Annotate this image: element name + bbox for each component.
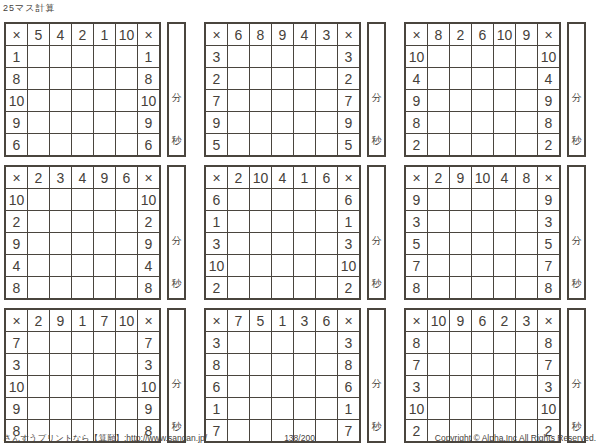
right-operand-cell: 7 (338, 90, 359, 111)
right-operand-cell: 2 (338, 277, 359, 298)
left-operand-cell: 1 (206, 211, 227, 232)
left-operand-cell: 3 (6, 354, 27, 375)
answer-cell (516, 354, 537, 375)
answer-cell (250, 112, 271, 133)
top-operand-cell: 5 (28, 24, 49, 45)
top-operand-cell: 9 (450, 310, 471, 331)
answer-cell (50, 354, 71, 375)
answer-cell (472, 189, 493, 210)
answer-cell (228, 211, 249, 232)
answer-cell (494, 332, 515, 353)
answer-cell (250, 211, 271, 232)
right-operand-cell: 3 (538, 211, 559, 232)
answer-cell (50, 46, 71, 67)
answer-cell (316, 134, 337, 155)
right-operand-cell: 2 (538, 134, 559, 155)
top-operand-cell: 2 (494, 310, 515, 331)
answer-cell (316, 68, 337, 89)
timer-box: 分秒 (367, 308, 386, 443)
answer-cell (294, 211, 315, 232)
drill-block-4: ×23496×101022994488分秒 (4, 165, 187, 300)
answer-cell (494, 277, 515, 298)
answer-cell (472, 398, 493, 419)
top-operand-cell: 2 (450, 24, 471, 45)
answer-cell (428, 112, 449, 133)
right-operand-cell: 2 (338, 68, 359, 89)
answer-cell (250, 255, 271, 276)
right-operand-cell: 9 (538, 90, 559, 111)
left-operand-cell: 9 (206, 112, 227, 133)
right-operand-cell: 4 (138, 255, 159, 276)
answer-cell (250, 277, 271, 298)
left-operand-cell: 9 (6, 233, 27, 254)
drill-block-1: ×542110×118810109966分秒 (4, 22, 187, 157)
answer-cell (94, 112, 115, 133)
multiply-sign-cell: × (6, 24, 27, 45)
minutes-label: 分 (372, 234, 382, 248)
answer-cell (428, 255, 449, 276)
right-operand-cell: 10 (338, 255, 359, 276)
right-operand-cell: 3 (338, 332, 359, 353)
answer-cell (294, 277, 315, 298)
answer-cell (494, 46, 515, 67)
answer-cell (116, 134, 137, 155)
answer-cell (94, 189, 115, 210)
answer-cell (450, 68, 471, 89)
answer-cell (316, 189, 337, 210)
left-operand-cell: 10 (6, 189, 27, 210)
multiply-sign-cell: × (206, 24, 227, 45)
answer-cell (272, 46, 293, 67)
answer-cell (472, 90, 493, 111)
answer-cell (516, 233, 537, 254)
right-operand-cell: 9 (138, 112, 159, 133)
left-operand-cell: 8 (406, 112, 427, 133)
answer-cell (72, 134, 93, 155)
answer-cell (516, 398, 537, 419)
answer-cell (50, 68, 71, 89)
answer-cell (428, 90, 449, 111)
answer-cell (272, 255, 293, 276)
top-operand-cell: 4 (494, 167, 515, 188)
timer-box: 分秒 (367, 22, 386, 157)
answer-cell (472, 354, 493, 375)
answer-cell (294, 398, 315, 419)
multiply-sign-cell: × (338, 24, 359, 45)
multiply-sign-cell: × (406, 167, 427, 188)
answer-cell (472, 68, 493, 89)
seconds-label: 秒 (372, 420, 382, 434)
right-operand-cell: 1 (338, 211, 359, 232)
multiplication-grid-5: ×210416×661133101022 (204, 165, 361, 300)
answer-cell (516, 112, 537, 133)
top-operand-cell: 4 (272, 167, 293, 188)
answer-cell (228, 277, 249, 298)
answer-cell (494, 68, 515, 89)
footer-copyright: Copyright © Alpha,Inc All Rights Reserve… (435, 433, 596, 443)
answer-cell (428, 277, 449, 298)
left-operand-cell: 5 (206, 134, 227, 155)
multiply-sign-cell: × (538, 24, 559, 45)
top-operand-cell: 10 (494, 24, 515, 45)
left-operand-cell: 8 (206, 354, 227, 375)
answer-cell (450, 90, 471, 111)
answer-cell (428, 46, 449, 67)
right-operand-cell: 8 (538, 332, 559, 353)
seconds-label: 秒 (572, 420, 582, 434)
answer-cell (228, 354, 249, 375)
right-operand-cell: 6 (338, 189, 359, 210)
answer-cell (272, 277, 293, 298)
answer-cell (116, 211, 137, 232)
left-operand-cell: 3 (406, 211, 427, 232)
right-operand-cell: 1 (138, 46, 159, 67)
left-operand-cell: 7 (6, 332, 27, 353)
answer-cell (50, 233, 71, 254)
answer-cell (294, 90, 315, 111)
left-operand-cell: 6 (206, 376, 227, 397)
answer-cell (316, 211, 337, 232)
answer-cell (72, 90, 93, 111)
top-operand-cell: 8 (250, 24, 271, 45)
answer-cell (272, 189, 293, 210)
answer-cell (272, 233, 293, 254)
top-operand-cell: 9 (94, 167, 115, 188)
answer-cell (116, 68, 137, 89)
answer-cell (294, 189, 315, 210)
top-operand-cell: 6 (472, 24, 493, 45)
left-operand-cell: 3 (206, 233, 227, 254)
top-operand-cell: 3 (316, 24, 337, 45)
answer-cell (450, 354, 471, 375)
answer-cell (272, 211, 293, 232)
left-operand-cell: 5 (406, 233, 427, 254)
answer-cell (472, 277, 493, 298)
top-operand-cell: 9 (272, 24, 293, 45)
answer-cell (94, 277, 115, 298)
answer-cell (28, 354, 49, 375)
answer-cell (494, 233, 515, 254)
answer-cell (72, 46, 93, 67)
top-operand-cell: 2 (428, 167, 449, 188)
right-operand-cell: 7 (538, 354, 559, 375)
multiply-sign-cell: × (406, 24, 427, 45)
answer-cell (516, 211, 537, 232)
left-operand-cell: 10 (6, 376, 27, 397)
top-operand-cell: 7 (228, 310, 249, 331)
answer-cell (228, 189, 249, 210)
right-operand-cell: 8 (538, 277, 559, 298)
left-operand-cell: 2 (406, 134, 427, 155)
answer-cell (428, 211, 449, 232)
footer: さんすうプリントなら【算願】:http://www.sangan.jp/ 138… (3, 433, 596, 445)
top-operand-cell: 6 (116, 167, 137, 188)
left-operand-cell: 4 (6, 255, 27, 276)
multiply-sign-cell: × (406, 310, 427, 331)
top-operand-cell: 6 (228, 24, 249, 45)
answer-cell (428, 189, 449, 210)
answer-cell (94, 376, 115, 397)
answer-cell (272, 90, 293, 111)
left-operand-cell: 6 (6, 134, 27, 155)
right-operand-cell: 3 (138, 354, 159, 375)
top-operand-cell: 2 (72, 24, 93, 45)
answer-cell (316, 354, 337, 375)
right-operand-cell: 9 (138, 233, 159, 254)
answer-cell (516, 277, 537, 298)
answer-cell (228, 332, 249, 353)
answer-cell (428, 354, 449, 375)
right-operand-cell: 4 (538, 68, 559, 89)
answer-cell (272, 376, 293, 397)
answer-cell (116, 46, 137, 67)
answer-cell (250, 376, 271, 397)
answer-cell (72, 68, 93, 89)
multiply-sign-cell: × (538, 167, 559, 188)
timer-box: 分秒 (567, 22, 586, 157)
multiply-sign-cell: × (206, 167, 227, 188)
right-operand-cell: 6 (138, 134, 159, 155)
top-operand-cell: 1 (294, 167, 315, 188)
answer-cell (472, 332, 493, 353)
answer-cell (516, 189, 537, 210)
answer-cell (50, 332, 71, 353)
left-operand-cell: 9 (406, 189, 427, 210)
multiplication-grid-9: ×109623×887733101022 (404, 308, 561, 443)
top-operand-cell: 8 (428, 24, 449, 45)
answer-cell (450, 112, 471, 133)
answer-cell (294, 332, 315, 353)
left-operand-cell: 2 (206, 277, 227, 298)
multiply-sign-cell: × (206, 310, 227, 331)
answer-cell (494, 189, 515, 210)
answer-cell (116, 112, 137, 133)
answer-cell (116, 398, 137, 419)
answer-cell (50, 189, 71, 210)
drill-block-3: ×826109×101044998822分秒 (404, 22, 587, 157)
multiplication-grid-7: ×291710×773310109988 (4, 308, 161, 443)
left-operand-cell: 9 (406, 90, 427, 111)
answer-cell (28, 233, 49, 254)
right-operand-cell: 5 (538, 233, 559, 254)
right-operand-cell: 3 (538, 376, 559, 397)
answer-cell (72, 277, 93, 298)
right-operand-cell: 8 (138, 277, 159, 298)
top-operand-cell: 2 (228, 167, 249, 188)
left-operand-cell: 1 (206, 398, 227, 419)
top-operand-cell: 9 (450, 167, 471, 188)
left-operand-cell: 6 (206, 189, 227, 210)
top-operand-cell: 6 (472, 310, 493, 331)
answer-cell (228, 134, 249, 155)
multiply-sign-cell: × (538, 310, 559, 331)
multiply-sign-cell: × (138, 167, 159, 188)
answer-cell (94, 398, 115, 419)
answer-cell (516, 255, 537, 276)
answer-cell (494, 255, 515, 276)
answer-cell (294, 68, 315, 89)
left-operand-cell: 10 (206, 255, 227, 276)
answer-cell (516, 134, 537, 155)
left-operand-cell: 3 (206, 46, 227, 67)
answer-cell (428, 233, 449, 254)
seconds-label: 秒 (172, 420, 182, 434)
right-operand-cell: 7 (538, 255, 559, 276)
timer-box: 分秒 (167, 308, 186, 443)
top-operand-cell: 10 (428, 310, 449, 331)
left-operand-cell: 2 (206, 68, 227, 89)
answer-cell (72, 332, 93, 353)
answer-cell (450, 332, 471, 353)
right-operand-cell: 8 (338, 354, 359, 375)
worksheet-grid-area: ×542110×118810109966分秒×68943×3322779955分… (4, 22, 587, 443)
timer-box: 分秒 (167, 165, 186, 300)
answer-cell (50, 255, 71, 276)
answer-cell (28, 211, 49, 232)
seconds-label: 秒 (572, 134, 582, 148)
left-operand-cell: 10 (406, 398, 427, 419)
answer-cell (250, 90, 271, 111)
answer-cell (428, 376, 449, 397)
answer-cell (72, 354, 93, 375)
footer-page-number: 138/200 (284, 433, 315, 443)
left-operand-cell: 3 (406, 376, 427, 397)
left-operand-cell: 10 (6, 90, 27, 111)
top-operand-cell: 6 (316, 310, 337, 331)
answer-cell (228, 233, 249, 254)
top-operand-cell: 2 (28, 167, 49, 188)
left-operand-cell: 2 (6, 211, 27, 232)
answer-cell (228, 398, 249, 419)
minutes-label: 分 (572, 91, 582, 105)
answer-cell (250, 354, 271, 375)
answer-cell (116, 354, 137, 375)
top-operand-cell: 1 (94, 24, 115, 45)
answer-cell (516, 90, 537, 111)
multiplication-grid-3: ×826109×101044998822 (404, 22, 561, 157)
answer-cell (472, 255, 493, 276)
drill-block-6: ×291048×9933557788分秒 (404, 165, 587, 300)
right-operand-cell: 10 (538, 398, 559, 419)
right-operand-cell: 8 (138, 68, 159, 89)
right-operand-cell: 3 (338, 46, 359, 67)
top-operand-cell: 4 (72, 167, 93, 188)
right-operand-cell: 10 (138, 90, 159, 111)
timer-box: 分秒 (567, 308, 586, 443)
answer-cell (272, 68, 293, 89)
answer-cell (72, 211, 93, 232)
answer-cell (516, 376, 537, 397)
answer-cell (316, 233, 337, 254)
left-operand-cell: 7 (206, 90, 227, 111)
right-operand-cell: 2 (138, 211, 159, 232)
answer-cell (28, 189, 49, 210)
left-operand-cell: 4 (406, 68, 427, 89)
right-operand-cell: 9 (338, 112, 359, 133)
answer-cell (72, 233, 93, 254)
answer-cell (228, 68, 249, 89)
answer-cell (116, 332, 137, 353)
minutes-label: 分 (172, 234, 182, 248)
top-operand-cell: 1 (272, 310, 293, 331)
answer-cell (316, 277, 337, 298)
top-operand-cell: 3 (516, 310, 537, 331)
answer-cell (50, 277, 71, 298)
answer-cell (28, 112, 49, 133)
drill-block-9: ×109623×887733101022分秒 (404, 308, 587, 443)
answer-cell (28, 332, 49, 353)
multiplication-grid-8: ×75136×3388661177 (204, 308, 361, 443)
answer-cell (50, 112, 71, 133)
seconds-label: 秒 (372, 134, 382, 148)
top-operand-cell: 2 (28, 310, 49, 331)
answer-cell (272, 398, 293, 419)
left-operand-cell: 9 (6, 112, 27, 133)
answer-cell (50, 90, 71, 111)
multiply-sign-cell: × (338, 310, 359, 331)
answer-cell (50, 376, 71, 397)
answer-cell (494, 211, 515, 232)
answer-cell (116, 90, 137, 111)
top-operand-cell: 10 (472, 167, 493, 188)
top-operand-cell: 10 (116, 24, 137, 45)
answer-cell (294, 112, 315, 133)
answer-cell (516, 332, 537, 353)
answer-cell (94, 90, 115, 111)
answer-cell (28, 68, 49, 89)
answer-cell (294, 255, 315, 276)
answer-cell (50, 211, 71, 232)
multiplication-grid-6: ×291048×9933557788 (404, 165, 561, 300)
answer-cell (294, 354, 315, 375)
left-operand-cell: 7 (406, 255, 427, 276)
answer-cell (294, 134, 315, 155)
drill-block-2: ×68943×3322779955分秒 (204, 22, 387, 157)
answer-cell (494, 134, 515, 155)
answer-cell (516, 46, 537, 67)
multiplication-grid-1: ×542110×118810109966 (4, 22, 161, 157)
answer-cell (472, 134, 493, 155)
left-operand-cell: 10 (406, 46, 427, 67)
right-operand-cell: 10 (138, 376, 159, 397)
answer-cell (472, 233, 493, 254)
answer-cell (494, 90, 515, 111)
answer-cell (316, 398, 337, 419)
right-operand-cell: 5 (338, 134, 359, 155)
top-operand-cell: 6 (316, 167, 337, 188)
answer-cell (450, 46, 471, 67)
answer-cell (28, 398, 49, 419)
answer-cell (50, 398, 71, 419)
answer-cell (50, 134, 71, 155)
answer-cell (472, 376, 493, 397)
answer-cell (450, 189, 471, 210)
answer-cell (28, 376, 49, 397)
answer-cell (228, 376, 249, 397)
answer-cell (94, 68, 115, 89)
answer-cell (94, 211, 115, 232)
answer-cell (472, 112, 493, 133)
minutes-label: 分 (172, 377, 182, 391)
answer-cell (116, 376, 137, 397)
right-operand-cell: 10 (138, 189, 159, 210)
answer-cell (294, 233, 315, 254)
multiply-sign-cell: × (6, 167, 27, 188)
answer-cell (250, 189, 271, 210)
answer-cell (316, 46, 337, 67)
answer-cell (228, 46, 249, 67)
timer-box: 分秒 (367, 165, 386, 300)
